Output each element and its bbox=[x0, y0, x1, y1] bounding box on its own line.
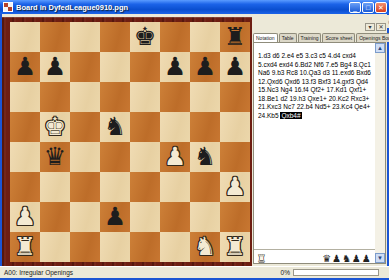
square-a1[interactable]: ♜ bbox=[10, 232, 40, 262]
square-h6[interactable] bbox=[220, 82, 250, 112]
square-d2[interactable]: ♟ bbox=[100, 202, 130, 232]
square-c3[interactable] bbox=[70, 172, 100, 202]
move-list[interactable]: 1.d3 d6 2.e4 e5 3.c3 c5 4.d4 cxd4 5.cxd4… bbox=[254, 43, 375, 249]
black-pawn-icon: ♟ bbox=[332, 253, 342, 264]
progress-percent: 0% bbox=[274, 269, 293, 276]
black-pawn-g7: ♟ bbox=[190, 52, 220, 82]
square-h4[interactable] bbox=[220, 142, 250, 172]
black-knight-icon: ♞ bbox=[342, 253, 352, 264]
square-f1[interactable] bbox=[160, 232, 190, 262]
white-pawn-f4: ♟ bbox=[160, 142, 190, 172]
white-pawn-a2: ♟ bbox=[10, 202, 40, 232]
close-button[interactable]: ✕ bbox=[375, 2, 387, 13]
panel-controls: ▾ ✕ bbox=[364, 23, 386, 31]
square-c5[interactable] bbox=[70, 112, 100, 142]
black-pawn-h7: ♟ bbox=[220, 52, 250, 82]
progress-bar bbox=[293, 269, 379, 276]
square-e4[interactable] bbox=[130, 142, 160, 172]
scrollbar[interactable]: ▲ ▼ bbox=[375, 43, 385, 263]
square-g6[interactable] bbox=[190, 82, 220, 112]
square-d8[interactable] bbox=[100, 22, 130, 52]
square-b7[interactable]: ♟ bbox=[40, 52, 70, 82]
square-d5[interactable]: ♞ bbox=[100, 112, 130, 142]
square-h2[interactable] bbox=[220, 202, 250, 232]
black-pawn-f7: ♟ bbox=[160, 52, 190, 82]
tab-openings-book[interactable]: Openings Book bbox=[356, 33, 389, 42]
square-h1[interactable]: ♜ bbox=[220, 232, 250, 262]
square-a4[interactable] bbox=[10, 142, 40, 172]
black-pawn-b7: ♟ bbox=[40, 52, 70, 82]
square-c7[interactable] bbox=[70, 52, 100, 82]
black-pawn-icon: ♟ bbox=[352, 253, 362, 264]
tab-bar: NotationTableTrainingScore sheetOpenings… bbox=[253, 31, 389, 42]
square-a7[interactable]: ♟ bbox=[10, 52, 40, 82]
square-g2[interactable] bbox=[190, 202, 220, 232]
white-rook-icon: ♜ bbox=[257, 253, 266, 264]
square-c2[interactable] bbox=[70, 202, 100, 232]
black-rook-h8: ♜ bbox=[220, 22, 250, 52]
square-f4[interactable]: ♟ bbox=[160, 142, 190, 172]
square-d6[interactable] bbox=[100, 82, 130, 112]
white-pawn-h3: ♟ bbox=[220, 172, 250, 202]
black-queen-b4: ♛ bbox=[40, 142, 70, 172]
maximize-button[interactable]: □ bbox=[362, 2, 374, 13]
square-d7[interactable] bbox=[100, 52, 130, 82]
square-d1[interactable] bbox=[100, 232, 130, 262]
scroll-down-icon[interactable]: ▼ bbox=[375, 253, 385, 263]
square-g1[interactable]: ♞ bbox=[190, 232, 220, 262]
opening-classification: A00: Irregular Openings bbox=[0, 269, 274, 276]
minimize-button[interactable]: _ bbox=[349, 2, 361, 13]
selected-move[interactable]: Qxb4# bbox=[280, 112, 301, 119]
white-rook-h1: ♜ bbox=[220, 232, 250, 262]
square-h3[interactable]: ♟ bbox=[220, 172, 250, 202]
panel-content: 1.d3 d6 2.e4 e5 3.c3 c5 4.d4 cxd4 5.cxd4… bbox=[253, 42, 386, 264]
square-a8[interactable] bbox=[10, 22, 40, 52]
material-white: ♜ bbox=[257, 248, 266, 266]
square-g4[interactable]: ♞ bbox=[190, 142, 220, 172]
square-c4[interactable] bbox=[70, 142, 100, 172]
white-king-b5: ♚ bbox=[40, 112, 70, 142]
square-c8[interactable] bbox=[70, 22, 100, 52]
square-f5[interactable] bbox=[160, 112, 190, 142]
material-black: ♛♟♞♟♟ bbox=[322, 248, 372, 266]
square-b2[interactable] bbox=[40, 202, 70, 232]
chess-app-window: Board in DyfedLeague0910.pgn _ □ ✕ ●«‹↶›… bbox=[0, 0, 389, 280]
square-h7[interactable]: ♟ bbox=[220, 52, 250, 82]
square-b8[interactable] bbox=[40, 22, 70, 52]
square-a2[interactable]: ♟ bbox=[10, 202, 40, 232]
white-knight-g1: ♞ bbox=[190, 232, 220, 262]
square-g8[interactable] bbox=[190, 22, 220, 52]
tab-score-sheet[interactable]: Score sheet bbox=[322, 33, 355, 42]
panel-dropdown-button[interactable]: ▾ bbox=[365, 23, 375, 31]
black-knight-g4: ♞ bbox=[190, 142, 220, 172]
black-pawn-d2: ♟ bbox=[100, 202, 130, 232]
square-e1[interactable] bbox=[130, 232, 160, 262]
square-e2[interactable] bbox=[130, 202, 160, 232]
notation-panel: ▾ ✕ NotationTableTrainingScore sheetOpen… bbox=[253, 14, 387, 266]
square-d4[interactable] bbox=[100, 142, 130, 172]
square-g5[interactable] bbox=[190, 112, 220, 142]
square-b5[interactable]: ♚ bbox=[40, 112, 70, 142]
square-e3[interactable] bbox=[130, 172, 160, 202]
titlebar[interactable]: Board in DyfedLeague0910.pgn _ □ ✕ bbox=[0, 0, 389, 14]
square-h5[interactable] bbox=[220, 112, 250, 142]
black-pawn-a7: ♟ bbox=[10, 52, 40, 82]
window-title: Board in DyfedLeague0910.pgn bbox=[16, 3, 348, 12]
square-d3[interactable] bbox=[100, 172, 130, 202]
black-pawn-icon: ♟ bbox=[362, 253, 372, 264]
square-g7[interactable]: ♟ bbox=[190, 52, 220, 82]
square-g3[interactable] bbox=[190, 172, 220, 202]
square-c6[interactable] bbox=[70, 82, 100, 112]
app-icon bbox=[3, 2, 13, 12]
square-b3[interactable] bbox=[40, 172, 70, 202]
square-b4[interactable]: ♛ bbox=[40, 142, 70, 172]
material-tray: ♜ ♛♟♞♟♟ bbox=[254, 249, 375, 263]
square-f7[interactable]: ♟ bbox=[160, 52, 190, 82]
black-king-e8: ♚ bbox=[130, 22, 160, 52]
square-f3[interactable] bbox=[160, 172, 190, 202]
square-b6[interactable] bbox=[40, 82, 70, 112]
square-e8[interactable]: ♚ bbox=[130, 22, 160, 52]
tab-table[interactable]: Table bbox=[279, 33, 297, 42]
panel-close-button[interactable]: ✕ bbox=[376, 23, 386, 31]
square-e7[interactable] bbox=[130, 52, 160, 82]
square-f8[interactable] bbox=[160, 22, 190, 52]
board: ♚♜♟♟♟♟♟♚♞♛♟♞♟♟♟♜♞♜ bbox=[10, 22, 250, 262]
black-knight-d5: ♞ bbox=[100, 112, 130, 142]
white-rook-a1: ♜ bbox=[10, 232, 40, 262]
moves-text[interactable]: 1.d3 d6 2.e4 e5 3.c3 c5 4.d4 cxd4 5.cxd4… bbox=[258, 52, 371, 119]
square-c1[interactable] bbox=[70, 232, 100, 262]
tab-training[interactable]: Training bbox=[298, 33, 322, 42]
square-f6[interactable] bbox=[160, 82, 190, 112]
black-queen-icon: ♛ bbox=[322, 253, 332, 264]
board-frame: ♚♜♟♟♟♟♟♚♞♛♟♞♟♟♟♜♞♜ bbox=[2, 17, 252, 266]
square-a6[interactable] bbox=[10, 82, 40, 112]
square-f2[interactable] bbox=[160, 202, 190, 232]
statusbar: A00: Irregular Openings 0% bbox=[0, 266, 389, 278]
square-a3[interactable] bbox=[10, 172, 40, 202]
square-h8[interactable]: ♜ bbox=[220, 22, 250, 52]
square-a5[interactable] bbox=[10, 112, 40, 142]
scroll-up-icon[interactable]: ▲ bbox=[375, 43, 385, 53]
square-e5[interactable] bbox=[130, 112, 160, 142]
square-e6[interactable] bbox=[130, 82, 160, 112]
square-b1[interactable] bbox=[40, 232, 70, 262]
